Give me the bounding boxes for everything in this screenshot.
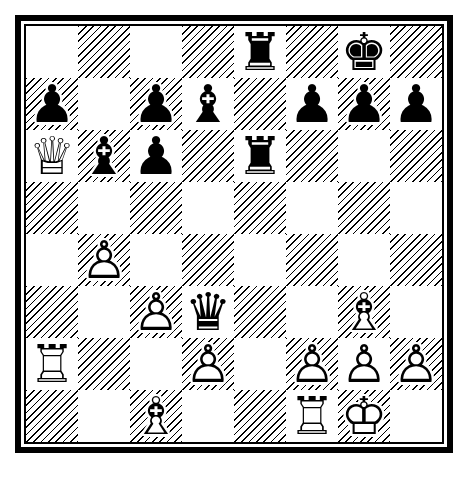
square-d5[interactable] xyxy=(182,182,234,234)
square-b4[interactable]: ♟♙ xyxy=(78,234,130,286)
piece-white-rook: ♜♖ xyxy=(26,338,78,390)
square-h8[interactable] xyxy=(390,26,442,78)
black-king-icon: ♚ xyxy=(338,26,390,78)
white-pawn-icon: ♙ xyxy=(182,338,234,390)
square-a2[interactable]: ♜♖ xyxy=(26,338,78,390)
square-d6[interactable] xyxy=(182,130,234,182)
piece-black-pawn: ♟♟ xyxy=(130,130,182,182)
square-b8[interactable] xyxy=(78,26,130,78)
square-d1[interactable] xyxy=(182,390,234,442)
piece-black-queen: ♛♛ xyxy=(182,286,234,338)
piece-white-pawn: ♟♙ xyxy=(78,234,130,286)
square-b5[interactable] xyxy=(78,182,130,234)
black-pawn-icon: ♟ xyxy=(338,78,390,130)
black-pawn-icon: ♟ xyxy=(130,130,182,182)
square-a3[interactable] xyxy=(26,286,78,338)
square-h2[interactable]: ♟♙ xyxy=(390,338,442,390)
piece-white-pawn: ♟♙ xyxy=(286,338,338,390)
square-e6[interactable]: ♜♜ xyxy=(234,130,286,182)
square-c3[interactable]: ♟♙ xyxy=(130,286,182,338)
square-g6[interactable] xyxy=(338,130,390,182)
square-g2[interactable]: ♟♙ xyxy=(338,338,390,390)
white-queen-icon: ♕ xyxy=(26,130,78,182)
piece-white-bishop: ♝♗ xyxy=(338,286,390,338)
square-g5[interactable] xyxy=(338,182,390,234)
square-a4[interactable] xyxy=(26,234,78,286)
piece-black-pawn: ♟♟ xyxy=(286,78,338,130)
square-g7[interactable]: ♟♟ xyxy=(338,78,390,130)
square-f1[interactable]: ♜♖ xyxy=(286,390,338,442)
black-pawn-icon: ♟ xyxy=(130,78,182,130)
piece-white-pawn: ♟♙ xyxy=(130,286,182,338)
black-pawn-icon: ♟ xyxy=(286,78,338,130)
black-rook-icon: ♜ xyxy=(234,130,286,182)
square-c1[interactable]: ♝♗ xyxy=(130,390,182,442)
square-e3[interactable] xyxy=(234,286,286,338)
piece-white-pawn: ♟♙ xyxy=(390,338,442,390)
white-king-icon: ♔ xyxy=(338,390,390,442)
square-c8[interactable] xyxy=(130,26,182,78)
square-b3[interactable] xyxy=(78,286,130,338)
piece-black-bishop: ♝♝ xyxy=(182,78,234,130)
square-e2[interactable] xyxy=(234,338,286,390)
square-a6[interactable]: ♛♕ xyxy=(26,130,78,182)
square-g3[interactable]: ♝♗ xyxy=(338,286,390,338)
white-pawn-icon: ♙ xyxy=(286,338,338,390)
square-e7[interactable] xyxy=(234,78,286,130)
square-h4[interactable] xyxy=(390,234,442,286)
piece-black-bishop: ♝♝ xyxy=(78,130,130,182)
square-h5[interactable] xyxy=(390,182,442,234)
square-f3[interactable] xyxy=(286,286,338,338)
square-g1[interactable]: ♚♔ xyxy=(338,390,390,442)
white-rook-icon: ♖ xyxy=(286,390,338,442)
square-g4[interactable] xyxy=(338,234,390,286)
square-c4[interactable] xyxy=(130,234,182,286)
white-pawn-icon: ♙ xyxy=(130,286,182,338)
square-b7[interactable] xyxy=(78,78,130,130)
piece-black-pawn: ♟♟ xyxy=(390,78,442,130)
white-rook-icon: ♖ xyxy=(26,338,78,390)
black-rook-icon: ♜ xyxy=(234,26,286,78)
piece-black-rook: ♜♜ xyxy=(234,130,286,182)
square-d3[interactable]: ♛♛ xyxy=(182,286,234,338)
square-c7[interactable]: ♟♟ xyxy=(130,78,182,130)
piece-white-pawn: ♟♙ xyxy=(338,338,390,390)
piece-black-pawn: ♟♟ xyxy=(338,78,390,130)
square-f2[interactable]: ♟♙ xyxy=(286,338,338,390)
square-e5[interactable] xyxy=(234,182,286,234)
square-d8[interactable] xyxy=(182,26,234,78)
square-a8[interactable] xyxy=(26,26,78,78)
square-f6[interactable] xyxy=(286,130,338,182)
square-c6[interactable]: ♟♟ xyxy=(130,130,182,182)
black-bishop-icon: ♝ xyxy=(182,78,234,130)
white-bishop-icon: ♗ xyxy=(338,286,390,338)
square-e4[interactable] xyxy=(234,234,286,286)
square-b2[interactable] xyxy=(78,338,130,390)
square-h1[interactable] xyxy=(390,390,442,442)
square-f4[interactable] xyxy=(286,234,338,286)
square-c5[interactable] xyxy=(130,182,182,234)
piece-white-pawn: ♟♙ xyxy=(182,338,234,390)
black-pawn-icon: ♟ xyxy=(390,78,442,130)
square-e1[interactable] xyxy=(234,390,286,442)
square-d2[interactable]: ♟♙ xyxy=(182,338,234,390)
square-g8[interactable]: ♚♚ xyxy=(338,26,390,78)
square-a5[interactable] xyxy=(26,182,78,234)
square-a1[interactable] xyxy=(26,390,78,442)
board-inner-border: ♜♜♚♚♟♟♟♟♝♝♟♟♟♟♟♟♛♕♝♝♟♟♜♜♟♙♟♙♛♛♝♗♜♖♟♙♟♙♟♙… xyxy=(24,24,444,444)
square-h6[interactable] xyxy=(390,130,442,182)
square-f8[interactable] xyxy=(286,26,338,78)
square-h7[interactable]: ♟♟ xyxy=(390,78,442,130)
square-b1[interactable] xyxy=(78,390,130,442)
black-bishop-icon: ♝ xyxy=(78,130,130,182)
square-e8[interactable]: ♜♜ xyxy=(234,26,286,78)
piece-white-king: ♚♔ xyxy=(338,390,390,442)
piece-black-king: ♚♚ xyxy=(338,26,390,78)
square-d4[interactable] xyxy=(182,234,234,286)
piece-black-rook: ♜♜ xyxy=(234,26,286,78)
piece-white-rook: ♜♖ xyxy=(286,390,338,442)
piece-white-queen: ♛♕ xyxy=(26,130,78,182)
black-queen-icon: ♛ xyxy=(182,286,234,338)
square-c2[interactable] xyxy=(130,338,182,390)
chess-board: ♜♜♚♚♟♟♟♟♝♝♟♟♟♟♟♟♛♕♝♝♟♟♜♜♟♙♟♙♛♛♝♗♜♖♟♙♟♙♟♙… xyxy=(26,26,442,442)
black-pawn-icon: ♟ xyxy=(26,78,78,130)
piece-black-pawn: ♟♟ xyxy=(26,78,78,130)
square-d7[interactable]: ♝♝ xyxy=(182,78,234,130)
white-pawn-icon: ♙ xyxy=(78,234,130,286)
square-f7[interactable]: ♟♟ xyxy=(286,78,338,130)
white-pawn-icon: ♙ xyxy=(390,338,442,390)
white-bishop-icon: ♗ xyxy=(130,390,182,442)
square-h3[interactable] xyxy=(390,286,442,338)
square-f5[interactable] xyxy=(286,182,338,234)
square-a7[interactable]: ♟♟ xyxy=(26,78,78,130)
piece-black-pawn: ♟♟ xyxy=(130,78,182,130)
square-b6[interactable]: ♝♝ xyxy=(78,130,130,182)
white-pawn-icon: ♙ xyxy=(338,338,390,390)
board-frame: ♜♜♚♚♟♟♟♟♝♝♟♟♟♟♟♟♛♕♝♝♟♟♜♜♟♙♟♙♛♛♝♗♜♖♟♙♟♙♟♙… xyxy=(15,15,453,453)
piece-white-bishop: ♝♗ xyxy=(130,390,182,442)
